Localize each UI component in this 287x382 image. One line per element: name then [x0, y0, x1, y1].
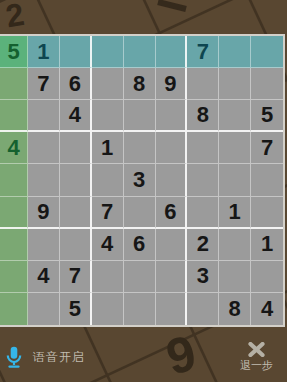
cell-r2c9[interactable]: [251, 68, 283, 100]
cell-r4c7[interactable]: [187, 132, 219, 164]
cell-r7c7[interactable]: 2: [187, 229, 219, 261]
undo-button[interactable]: 退一步: [240, 342, 273, 373]
undo-button-label: 退一步: [240, 358, 273, 373]
cell-r3c7[interactable]: 8: [187, 100, 219, 132]
cell-r2c2[interactable]: 7: [28, 68, 60, 100]
cell-r5c8[interactable]: [219, 164, 251, 196]
cell-r2c3[interactable]: 6: [60, 68, 92, 100]
cell-r3c3[interactable]: 4: [60, 100, 92, 132]
cell-r9c4[interactable]: [92, 293, 124, 325]
cell-r9c2[interactable]: [28, 293, 60, 325]
cell-r5c4[interactable]: [92, 164, 124, 196]
cell-r6c3[interactable]: [60, 197, 92, 229]
cell-r5c1[interactable]: [0, 164, 28, 196]
cell-r2c6[interactable]: 9: [156, 68, 188, 100]
cell-r4c1[interactable]: 4: [0, 132, 28, 164]
cell-r6c5[interactable]: [124, 197, 156, 229]
bottom-bar: 语音开启 退一步: [0, 332, 287, 382]
cell-r2c4[interactable]: [92, 68, 124, 100]
cell-r9c5[interactable]: [124, 293, 156, 325]
voice-toggle-button[interactable]: 语音开启: [6, 346, 85, 369]
cell-r8c5[interactable]: [124, 261, 156, 293]
cell-r9c7[interactable]: [187, 293, 219, 325]
cell-r3c8[interactable]: [219, 100, 251, 132]
cell-r8c8[interactable]: [219, 261, 251, 293]
cell-r9c8[interactable]: 8: [219, 293, 251, 325]
cell-r3c2[interactable]: [28, 100, 60, 132]
cell-r8c6[interactable]: [156, 261, 188, 293]
cell-r4c5[interactable]: [124, 132, 156, 164]
cell-r6c8[interactable]: 1: [219, 197, 251, 229]
cell-r1c3[interactable]: [60, 36, 92, 68]
cell-r7c2[interactable]: [28, 229, 60, 261]
cell-r6c7[interactable]: [187, 197, 219, 229]
cell-r3c5[interactable]: [124, 100, 156, 132]
cell-r9c9[interactable]: 4: [251, 293, 283, 325]
microphone-icon: [6, 346, 22, 369]
cell-r2c5[interactable]: 8: [124, 68, 156, 100]
cell-r5c6[interactable]: [156, 164, 188, 196]
cell-r2c7[interactable]: [187, 68, 219, 100]
close-icon: [248, 342, 265, 357]
cell-r4c8[interactable]: [219, 132, 251, 164]
cell-r5c9[interactable]: [251, 164, 283, 196]
cell-r5c2[interactable]: [28, 164, 60, 196]
cell-r3c4[interactable]: [92, 100, 124, 132]
cell-r2c8[interactable]: [219, 68, 251, 100]
cell-r4c3[interactable]: [60, 132, 92, 164]
cell-r4c6[interactable]: [156, 132, 188, 164]
cell-r6c4[interactable]: 7: [92, 197, 124, 229]
voice-toggle-label: 语音开启: [33, 349, 85, 366]
app-screen: 2 9 5177689485417397614621473584 语音开启: [0, 0, 287, 382]
cell-r1c4[interactable]: [92, 36, 124, 68]
cell-r7c8[interactable]: [219, 229, 251, 261]
cell-r8c1[interactable]: [0, 261, 28, 293]
cell-r1c7[interactable]: 7: [187, 36, 219, 68]
cell-r4c2[interactable]: [28, 132, 60, 164]
cell-r1c8[interactable]: [219, 36, 251, 68]
cell-r3c6[interactable]: [156, 100, 188, 132]
cell-r9c3[interactable]: 5: [60, 293, 92, 325]
cell-r1c5[interactable]: [124, 36, 156, 68]
cell-r1c9[interactable]: [251, 36, 283, 68]
cell-r6c2[interactable]: 9: [28, 197, 60, 229]
cell-r5c3[interactable]: [60, 164, 92, 196]
cell-r3c9[interactable]: 5: [251, 100, 283, 132]
cell-r8c3[interactable]: 7: [60, 261, 92, 293]
cell-r1c6[interactable]: [156, 36, 188, 68]
cell-r6c1[interactable]: [0, 197, 28, 229]
cell-r6c6[interactable]: 6: [156, 197, 188, 229]
cell-r1c1[interactable]: 5: [0, 36, 28, 68]
cell-r8c4[interactable]: [92, 261, 124, 293]
cell-r9c6[interactable]: [156, 293, 188, 325]
cell-r5c5[interactable]: 3: [124, 164, 156, 196]
cell-r1c2[interactable]: 1: [28, 36, 60, 68]
cell-r3c1[interactable]: [0, 100, 28, 132]
cell-r2c1[interactable]: [0, 68, 28, 100]
cell-r9c1[interactable]: [0, 293, 28, 325]
cell-r4c4[interactable]: 1: [92, 132, 124, 164]
cell-r6c9[interactable]: [251, 197, 283, 229]
cell-r7c6[interactable]: [156, 229, 188, 261]
cell-r8c7[interactable]: 3: [187, 261, 219, 293]
cell-r8c2[interactable]: 4: [28, 261, 60, 293]
cell-r5c7[interactable]: [187, 164, 219, 196]
cell-r7c9[interactable]: 1: [251, 229, 283, 261]
cell-r7c3[interactable]: [60, 229, 92, 261]
cell-r7c4[interactable]: 4: [92, 229, 124, 261]
sudoku-board[interactable]: 5177689485417397614621473584: [0, 34, 285, 327]
cell-r7c1[interactable]: [0, 229, 28, 261]
cell-r7c5[interactable]: 6: [124, 229, 156, 261]
cell-r4c9[interactable]: 7: [251, 132, 283, 164]
cell-r8c9[interactable]: [251, 261, 283, 293]
